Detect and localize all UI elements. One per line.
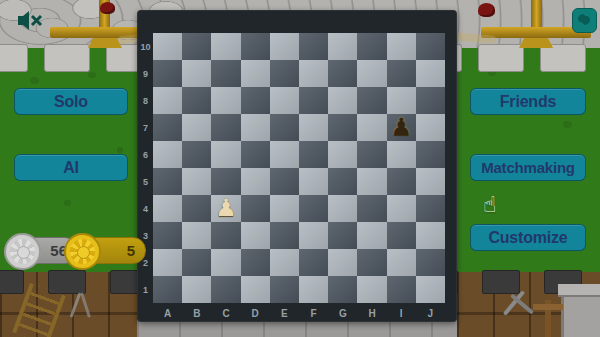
square-I5[interactable]	[387, 168, 416, 195]
square-F2[interactable]	[299, 249, 328, 276]
square-D2[interactable]	[241, 249, 270, 276]
rank-label-6: 6	[139, 141, 152, 168]
square-A4[interactable]	[153, 195, 182, 222]
square-H7[interactable]	[357, 114, 386, 141]
square-H3[interactable]	[357, 222, 386, 249]
square-E8[interactable]	[270, 87, 299, 114]
square-D3[interactable]	[241, 222, 270, 249]
square-D6[interactable]	[241, 141, 270, 168]
square-A7[interactable]	[153, 114, 182, 141]
square-H10[interactable]	[357, 33, 386, 60]
grass-spot	[64, 200, 71, 206]
square-C1[interactable]	[211, 276, 240, 303]
square-F3[interactable]	[299, 222, 328, 249]
square-F5[interactable]	[299, 168, 328, 195]
merlon	[44, 44, 90, 72]
gold-coin-icon	[64, 233, 101, 270]
square-D1[interactable]	[241, 276, 270, 303]
file-labels: ABCDEFGHIJ	[153, 305, 445, 321]
square-A1[interactable]	[153, 276, 182, 303]
file-label-G: G	[328, 305, 357, 321]
square-G2[interactable]	[328, 249, 357, 276]
square-I7[interactable]	[387, 114, 416, 141]
square-J8[interactable]	[416, 87, 445, 114]
square-F6[interactable]	[299, 141, 328, 168]
grass-spot	[30, 77, 39, 84]
merlon	[540, 44, 586, 72]
game-scene: 10987654321 ♟♟ ABCDEFGHIJ Solo AI Friend…	[0, 0, 600, 337]
board-squares[interactable]: ♟♟	[153, 33, 445, 303]
square-H4[interactable]	[357, 195, 386, 222]
square-B1[interactable]	[182, 276, 211, 303]
file-label-E: E	[270, 305, 299, 321]
square-E10[interactable]	[270, 33, 299, 60]
square-J9[interactable]	[416, 60, 445, 87]
square-G3[interactable]	[328, 222, 357, 249]
square-G7[interactable]	[328, 114, 357, 141]
square-C4[interactable]	[211, 195, 240, 222]
red-mushroom-left	[100, 2, 115, 14]
square-C10[interactable]	[211, 33, 240, 60]
square-G6[interactable]	[328, 141, 357, 168]
square-B8[interactable]	[182, 87, 211, 114]
square-E6[interactable]	[270, 141, 299, 168]
solo-button[interactable]: Solo	[14, 88, 128, 115]
square-I1[interactable]	[387, 276, 416, 303]
gallows-base-right	[519, 38, 553, 48]
square-H2[interactable]	[357, 249, 386, 276]
square-J2[interactable]	[416, 249, 445, 276]
square-B6[interactable]	[182, 141, 211, 168]
square-D8[interactable]	[241, 87, 270, 114]
rank-label-9: 9	[139, 60, 152, 87]
merlon	[478, 44, 524, 72]
file-label-B: B	[182, 305, 211, 321]
square-C2[interactable]	[211, 249, 240, 276]
square-A9[interactable]	[153, 60, 182, 87]
square-A5[interactable]	[153, 168, 182, 195]
square-B4[interactable]	[182, 195, 211, 222]
square-A2[interactable]	[153, 249, 182, 276]
file-label-A: A	[153, 305, 182, 321]
square-J7[interactable]	[416, 114, 445, 141]
square-F9[interactable]	[299, 60, 328, 87]
square-E5[interactable]	[270, 168, 299, 195]
square-G9[interactable]	[328, 60, 357, 87]
square-J3[interactable]	[416, 222, 445, 249]
square-A6[interactable]	[153, 141, 182, 168]
stone-pillar	[561, 284, 600, 337]
square-E1[interactable]	[270, 276, 299, 303]
merlon	[48, 270, 86, 294]
speaker-muted-glyph	[17, 9, 43, 33]
rank-label-7: 7	[139, 114, 152, 141]
square-E3[interactable]	[270, 222, 299, 249]
square-H9[interactable]	[357, 60, 386, 87]
square-D9[interactable]	[241, 60, 270, 87]
square-D4[interactable]	[241, 195, 270, 222]
rank-label-8: 8	[139, 87, 152, 114]
merlon	[482, 270, 520, 294]
square-I9[interactable]	[387, 60, 416, 87]
square-I4[interactable]	[387, 195, 416, 222]
square-D10[interactable]	[241, 33, 270, 60]
file-label-F: F	[299, 305, 328, 321]
square-B7[interactable]	[182, 114, 211, 141]
file-label-D: D	[241, 305, 270, 321]
square-E2[interactable]	[270, 249, 299, 276]
emblem-detail	[577, 14, 590, 25]
square-J6[interactable]	[416, 141, 445, 168]
square-G10[interactable]	[328, 33, 357, 60]
silver-coin-icon	[4, 233, 41, 270]
rank-label-10: 10	[139, 33, 152, 60]
square-E4[interactable]	[270, 195, 299, 222]
square-D7[interactable]	[241, 114, 270, 141]
square-C5[interactable]	[211, 168, 240, 195]
square-I6[interactable]	[387, 141, 416, 168]
square-J1[interactable]	[416, 276, 445, 303]
square-H1[interactable]	[357, 276, 386, 303]
square-E7[interactable]	[270, 114, 299, 141]
square-H6[interactable]	[357, 141, 386, 168]
ai-button[interactable]: AI	[14, 154, 128, 181]
teal-emblem-icon[interactable]	[572, 8, 597, 33]
square-C9[interactable]	[211, 60, 240, 87]
square-G8[interactable]	[328, 87, 357, 114]
square-C7[interactable]	[211, 114, 240, 141]
square-F10[interactable]	[299, 33, 328, 60]
customize-button[interactable]: Customize	[470, 224, 586, 251]
chess-board[interactable]: 10987654321 ♟♟ ABCDEFGHIJ	[137, 10, 457, 322]
square-G5[interactable]	[328, 168, 357, 195]
square-A3[interactable]	[153, 222, 182, 249]
rank-label-1: 1	[139, 276, 152, 303]
square-F8[interactable]	[299, 87, 328, 114]
merlon	[0, 270, 24, 294]
square-I10[interactable]	[387, 33, 416, 60]
square-A8[interactable]	[153, 87, 182, 114]
rank-labels: 10987654321	[139, 33, 152, 303]
square-J5[interactable]	[416, 168, 445, 195]
matchmaking-button[interactable]: Matchmaking	[470, 154, 586, 181]
square-I8[interactable]	[387, 87, 416, 114]
merlon	[0, 44, 28, 72]
square-F1[interactable]	[299, 276, 328, 303]
square-I3[interactable]	[387, 222, 416, 249]
square-C6[interactable]	[211, 141, 240, 168]
file-label-J: J	[416, 305, 445, 321]
grass-spot	[563, 121, 572, 128]
pillar-ledge	[558, 284, 600, 297]
square-B2[interactable]	[182, 249, 211, 276]
square-F7[interactable]	[299, 114, 328, 141]
gallows-base-left	[88, 38, 122, 48]
square-C3[interactable]	[211, 222, 240, 249]
hand-cursor-icon: ☝	[483, 192, 496, 217]
grass-spot	[88, 72, 96, 78]
square-B5[interactable]	[182, 168, 211, 195]
wooden-stand-bar	[533, 304, 563, 310]
rank-label-5: 5	[139, 168, 152, 195]
red-mushroom-right	[478, 3, 495, 17]
square-E9[interactable]	[270, 60, 299, 87]
file-label-H: H	[357, 305, 386, 321]
square-I2[interactable]	[387, 249, 416, 276]
square-F4[interactable]	[299, 195, 328, 222]
square-C8[interactable]	[211, 87, 240, 114]
friends-button[interactable]: Friends	[470, 88, 586, 115]
square-G4[interactable]	[328, 195, 357, 222]
square-J10[interactable]	[416, 33, 445, 60]
file-label-C: C	[211, 305, 240, 321]
rank-label-4: 4	[139, 195, 152, 222]
square-B10[interactable]	[182, 33, 211, 60]
square-B3[interactable]	[182, 222, 211, 249]
mute-sound-icon[interactable]	[17, 9, 43, 33]
square-G1[interactable]	[328, 276, 357, 303]
square-H5[interactable]	[357, 168, 386, 195]
file-label-I: I	[387, 305, 416, 321]
square-A10[interactable]	[153, 33, 182, 60]
square-J4[interactable]	[416, 195, 445, 222]
square-H8[interactable]	[357, 87, 386, 114]
square-B9[interactable]	[182, 60, 211, 87]
square-D5[interactable]	[241, 168, 270, 195]
